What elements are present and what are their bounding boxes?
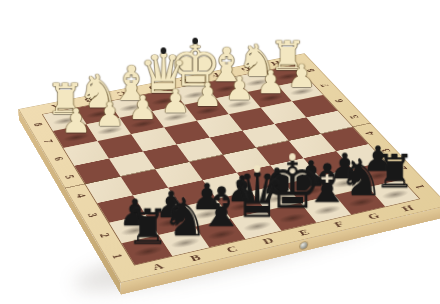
clasp-icon: [300, 242, 307, 250]
chess-board: ♜♞♝♛♚♝♞♜♟♟♟♟♟♟♟♟♟♟♟♟♟♟♟♟♜♞♝♛♚♝♞♜ AABBCCD…: [18, 53, 440, 283]
white-queen-finial: [161, 47, 167, 54]
black-rook-icon: ♜: [111, 203, 186, 251]
black-king-finial: [289, 153, 295, 160]
white-king-finial: [192, 38, 198, 45]
photo-scene: ♜♞♝♛♚♝♞♜♟♟♟♟♟♟♟♟♟♟♟♟♟♟♟♟♜♞♝♛♚♝♞♜ AABBCCD…: [0, 0, 440, 304]
white-pawn-icon: ♟: [43, 104, 110, 137]
black-queen-finial: [254, 165, 260, 173]
